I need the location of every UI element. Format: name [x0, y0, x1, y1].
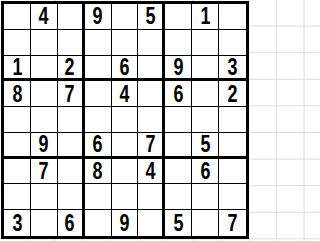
sudoku-cell-r1c4[interactable]: 9 — [85, 4, 112, 30]
sudoku-cell-r7c4[interactable]: 8 — [85, 159, 112, 185]
sudoku-cell-r8c6[interactable] — [138, 184, 165, 210]
sudoku-cell-r2c7[interactable] — [165, 30, 192, 56]
sudoku-cell-r6c8[interactable]: 5 — [192, 133, 219, 159]
sudoku-cell-r1c5[interactable] — [112, 4, 139, 30]
sudoku-cell-r9c4[interactable] — [85, 210, 112, 236]
given-digit: 4 — [39, 4, 49, 28]
sudoku-cell-r2c2[interactable] — [31, 30, 58, 56]
given-digit: 9 — [173, 56, 183, 79]
given-digit: 1 — [12, 56, 22, 79]
sudoku-cell-r9c2[interactable] — [31, 210, 58, 236]
sudoku-cell-r5c7[interactable] — [165, 107, 192, 133]
sudoku-cell-r8c2[interactable] — [31, 184, 58, 210]
sudoku-cell-r2c6[interactable] — [138, 30, 165, 56]
sudoku-cell-r3c4[interactable] — [85, 56, 112, 82]
sudoku-cell-r1c2[interactable]: 4 — [31, 4, 58, 30]
sudoku-cell-r6c6[interactable]: 7 — [138, 133, 165, 159]
sudoku-cell-r8c4[interactable] — [85, 184, 112, 210]
sudoku-cell-r9c8[interactable] — [192, 210, 219, 236]
given-digit: 4 — [145, 159, 155, 183]
given-digit: 2 — [65, 56, 75, 79]
sudoku-cell-r5c5[interactable] — [112, 107, 139, 133]
sudoku-cell-r9c6[interactable] — [138, 210, 165, 236]
sudoku-cell-r5c3[interactable] — [58, 107, 85, 133]
sudoku-cell-r6c9[interactable] — [219, 133, 246, 159]
sudoku-cell-r9c9[interactable]: 7 — [219, 210, 246, 236]
sudoku-cell-r5c6[interactable] — [138, 107, 165, 133]
sudoku-cell-r8c1[interactable] — [4, 184, 31, 210]
sudoku-cell-r6c3[interactable] — [58, 133, 85, 159]
given-digit: 7 — [39, 159, 49, 183]
sudoku-cell-r1c6[interactable]: 5 — [138, 4, 165, 30]
sudoku-cell-r7c9[interactable] — [219, 159, 246, 185]
sudoku-cell-r1c7[interactable] — [165, 4, 192, 30]
sudoku-cell-r5c2[interactable] — [31, 107, 58, 133]
given-digit: 8 — [93, 159, 103, 183]
sudoku-cell-r6c1[interactable] — [4, 133, 31, 159]
given-digit: 2 — [228, 82, 238, 106]
sudoku-cell-r4c4[interactable] — [85, 81, 112, 107]
given-digit: 6 — [93, 133, 103, 156]
sudoku-cell-r8c5[interactable] — [112, 184, 139, 210]
sudoku-cell-r7c5[interactable] — [112, 159, 139, 185]
given-digit: 8 — [12, 82, 22, 106]
sudoku-board: 495112693874629675784636957 — [1, 1, 249, 239]
sudoku-cell-r7c2[interactable]: 7 — [31, 159, 58, 185]
sudoku-cell-r2c4[interactable] — [85, 30, 112, 56]
sudoku-cell-r2c8[interactable] — [192, 30, 219, 56]
sudoku-cell-r4c9[interactable]: 2 — [219, 81, 246, 107]
sudoku-cell-r5c8[interactable] — [192, 107, 219, 133]
given-digit: 7 — [145, 133, 155, 156]
sudoku-cell-r6c4[interactable]: 6 — [85, 133, 112, 159]
given-digit: 4 — [120, 82, 130, 106]
given-digit: 6 — [120, 56, 130, 79]
sudoku-cell-r6c5[interactable] — [112, 133, 139, 159]
sudoku-cell-r3c5[interactable]: 6 — [112, 56, 139, 82]
given-digit: 5 — [200, 133, 210, 156]
sudoku-cell-r4c1[interactable]: 8 — [4, 81, 31, 107]
given-digit: 9 — [39, 133, 49, 156]
sudoku-cell-r3c7[interactable]: 9 — [165, 56, 192, 82]
sudoku-cell-r8c7[interactable] — [165, 184, 192, 210]
sudoku-cell-r7c6[interactable]: 4 — [138, 159, 165, 185]
sudoku-cell-r9c3[interactable]: 6 — [58, 210, 85, 236]
sudoku-cell-r6c7[interactable] — [165, 133, 192, 159]
sudoku-cell-r4c6[interactable] — [138, 81, 165, 107]
sudoku-cell-r4c2[interactable] — [31, 81, 58, 107]
sudoku-cell-r5c1[interactable] — [4, 107, 31, 133]
sudoku-cell-r3c2[interactable] — [31, 56, 58, 82]
sudoku-cell-r2c9[interactable] — [219, 30, 246, 56]
given-digit: 6 — [200, 159, 210, 183]
sudoku-cell-r8c8[interactable] — [192, 184, 219, 210]
sudoku-cell-r4c7[interactable]: 6 — [165, 81, 192, 107]
sudoku-cell-r6c2[interactable]: 9 — [31, 133, 58, 159]
given-digit: 1 — [200, 4, 210, 28]
sudoku-cell-r4c3[interactable]: 7 — [58, 81, 85, 107]
sudoku-cell-r4c8[interactable] — [192, 81, 219, 107]
sudoku-cell-r9c1[interactable]: 3 — [4, 210, 31, 236]
sudoku-cell-r5c4[interactable] — [85, 107, 112, 133]
sudoku-cell-r7c8[interactable]: 6 — [192, 159, 219, 185]
given-digit: 6 — [173, 82, 183, 106]
sudoku-cell-r4c5[interactable]: 4 — [112, 81, 139, 107]
given-digit: 7 — [228, 211, 238, 235]
sudoku-cell-r8c9[interactable] — [219, 184, 246, 210]
sudoku-cell-r1c9[interactable] — [219, 4, 246, 30]
sudoku-cell-r3c8[interactable] — [192, 56, 219, 82]
sudoku-cell-r2c3[interactable] — [58, 30, 85, 56]
sudoku-cell-r1c3[interactable] — [58, 4, 85, 30]
sudoku-cell-r3c1[interactable]: 1 — [4, 56, 31, 82]
sudoku-cell-r2c5[interactable] — [112, 30, 139, 56]
given-digit: 5 — [173, 211, 183, 235]
given-digit: 6 — [65, 211, 75, 235]
sudoku-cell-r8c3[interactable] — [58, 184, 85, 210]
sudoku-cell-r7c1[interactable] — [4, 159, 31, 185]
given-digit: 5 — [145, 4, 155, 28]
given-digit: 3 — [228, 56, 238, 79]
sudoku-cell-r3c3[interactable]: 2 — [58, 56, 85, 82]
sudoku-cell-r3c9[interactable]: 3 — [219, 56, 246, 82]
sudoku-cell-r9c5[interactable]: 9 — [112, 210, 139, 236]
given-digit: 3 — [12, 211, 22, 235]
sudoku-cell-r2c1[interactable] — [4, 30, 31, 56]
sudoku-cell-r9c7[interactable]: 5 — [165, 210, 192, 236]
sudoku-cell-r1c8[interactable]: 1 — [192, 4, 219, 30]
given-digit: 9 — [120, 211, 130, 235]
sudoku-cell-r7c7[interactable] — [165, 159, 192, 185]
given-digit: 7 — [65, 82, 75, 106]
sudoku-cell-r1c1[interactable] — [4, 4, 31, 30]
sudoku-cell-r3c6[interactable] — [138, 56, 165, 82]
given-digit: 9 — [93, 4, 103, 28]
sudoku-cell-r7c3[interactable] — [58, 159, 85, 185]
sudoku-cell-r5c9[interactable] — [219, 107, 246, 133]
